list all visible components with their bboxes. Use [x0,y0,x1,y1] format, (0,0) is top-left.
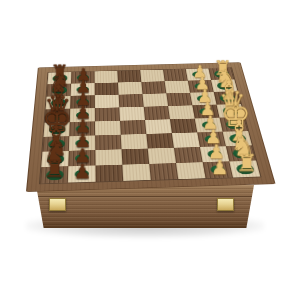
board-square [163,69,188,81]
felt-base [213,70,229,78]
board-square [122,149,150,165]
board-square [121,134,148,149]
board-square: ♟ [190,92,217,105]
board-square: ♟ [188,80,214,93]
board-square: ♟ [186,68,211,80]
board-square [148,148,176,164]
felt-base [196,95,210,102]
board-square: ♞ [211,79,237,92]
chess-piece-black-r: ♜ [50,64,68,84]
board-square [141,81,166,94]
board-square [146,133,174,148]
board-square: ♜ [229,161,260,178]
board-square [119,94,144,107]
board-square: ♟ [203,161,233,178]
board-square [120,120,146,135]
felt-base [52,74,67,82]
board-square [95,107,120,121]
board-square: ♟ [71,83,95,96]
felt-base [216,82,233,90]
board-square [122,164,150,181]
chess-piece-black-r: ♜ [43,159,65,182]
chess-piece-white-p: ♟ [194,75,209,91]
board-frame: ♜♟♟♜♞♟♟♞♝♟♟♝♛♟♟♛♚♟♟♚♝♟♟♝♞♟♟♞♜♟♟♜ [26,62,276,192]
board-square [166,93,192,106]
board-square [140,70,164,82]
board-square [142,93,168,106]
chess-piece-black-p: ♟ [75,66,90,82]
board-square [95,149,122,165]
board-square [94,71,118,83]
board-square [95,135,121,150]
board-scene: ♜♟♟♜♞♟♟♞♝♟♟♝♛♟♟♛♚♟♟♚♝♟♟♝♞♟♟♞♜♟♟♜ [33,8,257,232]
chess-piece-white-r: ♜ [236,153,258,176]
board-square [174,147,203,163]
board-square [144,106,170,120]
chess-board: ♜♟♟♜♞♟♟♞♝♟♟♝♛♟♟♛♚♟♟♚♝♟♟♝♞♟♟♞♜♟♟♜ [39,67,262,184]
board-square [170,119,197,134]
board-square [176,162,206,179]
board-square: ♜ [40,166,68,183]
product-photo: ♜♟♟♜♞♟♟♞♝♟♟♝♛♟♟♛♚♟♟♚♝♟♟♝♞♟♟♞♜♟♟♜ [0,0,290,290]
board-square: ♟ [68,166,96,183]
chess-piece-white-p: ♟ [192,63,207,79]
board-square [117,70,141,82]
chess-piece-white-n: ♞ [214,67,236,90]
chess-piece-black-p: ♟ [75,78,90,94]
felt-base [194,83,207,90]
board-square [168,105,195,119]
chess-piece-white-p: ♟ [196,87,212,104]
felt-base [77,74,89,80]
board-square: ♜ [209,68,235,80]
board-square [95,95,120,108]
felt-base [192,71,205,77]
board-square: ♜ [48,72,72,84]
board-square [145,119,172,134]
chess-piece-white-p: ♟ [210,158,228,177]
chess-piece-black-p: ♟ [73,162,91,181]
board-square: ♟ [71,71,94,83]
board-square [118,82,143,95]
board-square [165,81,190,94]
board-square [172,132,200,147]
board-square [149,163,178,180]
chess-piece-white-r: ♜ [213,59,231,78]
board-square [95,165,123,182]
board-square [95,82,119,95]
board-square [119,107,145,121]
board-square [95,121,121,136]
felt-base [77,86,89,93]
